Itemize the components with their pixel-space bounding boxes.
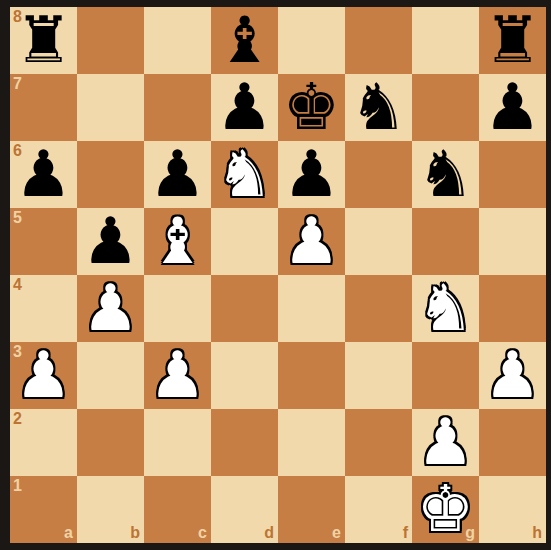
square-a3[interactable]: 3♟ xyxy=(10,342,77,409)
square-b1[interactable]: b xyxy=(77,476,144,543)
rank-label-1: 1 xyxy=(13,477,22,495)
black-pawn-piece[interactable]: ♟ xyxy=(484,74,541,141)
square-e8[interactable] xyxy=(278,7,345,74)
rank-label-8: 8 xyxy=(13,8,22,26)
white-pawn-piece[interactable]: ♟ xyxy=(149,342,206,409)
white-pawn-piece[interactable]: ♟ xyxy=(484,342,541,409)
file-label-c: c xyxy=(198,524,207,542)
black-knight-piece[interactable]: ♞ xyxy=(350,74,407,141)
square-f8[interactable] xyxy=(345,7,412,74)
square-f4[interactable] xyxy=(345,275,412,342)
square-b5[interactable]: ♟ xyxy=(77,208,144,275)
square-g1[interactable]: g♚ xyxy=(412,476,479,543)
file-label-a: a xyxy=(64,524,73,542)
square-c1[interactable]: c xyxy=(144,476,211,543)
square-f6[interactable] xyxy=(345,141,412,208)
square-f2[interactable] xyxy=(345,409,412,476)
white-bishop-piece[interactable]: ♝ xyxy=(149,208,206,275)
square-h7[interactable]: ♟ xyxy=(479,74,546,141)
rank-label-4: 4 xyxy=(13,276,22,294)
square-a7[interactable]: 7 xyxy=(10,74,77,141)
square-e7[interactable]: ♚ xyxy=(278,74,345,141)
square-g5[interactable] xyxy=(412,208,479,275)
square-h4[interactable] xyxy=(479,275,546,342)
black-pawn-piece[interactable]: ♟ xyxy=(15,141,72,208)
black-rook-piece[interactable]: ♜ xyxy=(15,7,72,74)
file-label-e: e xyxy=(332,524,341,542)
white-knight-piece[interactable]: ♞ xyxy=(216,141,273,208)
rank-label-7: 7 xyxy=(13,75,22,93)
file-label-b: b xyxy=(130,524,140,542)
square-e1[interactable]: e xyxy=(278,476,345,543)
square-g7[interactable] xyxy=(412,74,479,141)
square-h1[interactable]: h xyxy=(479,476,546,543)
square-b4[interactable]: ♟ xyxy=(77,275,144,342)
rank-label-2: 2 xyxy=(13,410,22,428)
square-c4[interactable] xyxy=(144,275,211,342)
square-h2[interactable] xyxy=(479,409,546,476)
square-d7[interactable]: ♟ xyxy=(211,74,278,141)
square-f1[interactable]: f xyxy=(345,476,412,543)
square-a4[interactable]: 4 xyxy=(10,275,77,342)
white-pawn-piece[interactable]: ♟ xyxy=(82,275,139,342)
file-label-f: f xyxy=(403,524,408,542)
black-knight-piece[interactable]: ♞ xyxy=(417,141,474,208)
square-c6[interactable]: ♟ xyxy=(144,141,211,208)
square-a6[interactable]: 6♟ xyxy=(10,141,77,208)
square-g6[interactable]: ♞ xyxy=(412,141,479,208)
square-a2[interactable]: 2 xyxy=(10,409,77,476)
square-f3[interactable] xyxy=(345,342,412,409)
black-pawn-piece[interactable]: ♟ xyxy=(283,141,340,208)
white-pawn-piece[interactable]: ♟ xyxy=(283,208,340,275)
square-a8[interactable]: 8♜ xyxy=(10,7,77,74)
white-pawn-piece[interactable]: ♟ xyxy=(15,342,72,409)
square-d3[interactable] xyxy=(211,342,278,409)
square-e3[interactable] xyxy=(278,342,345,409)
square-e2[interactable] xyxy=(278,409,345,476)
black-bishop-piece[interactable]: ♝ xyxy=(216,7,273,74)
file-label-d: d xyxy=(264,524,274,542)
square-g2[interactable]: ♟ xyxy=(412,409,479,476)
board-frame: 8♜♝♜7♟♚♞♟6♟♟♞♟♞5♟♝♟4♟♞3♟♟♟2♟1abcdefg♚h xyxy=(0,0,551,550)
black-king-piece[interactable]: ♚ xyxy=(283,74,340,141)
file-label-h: h xyxy=(532,524,542,542)
square-c2[interactable] xyxy=(144,409,211,476)
square-e5[interactable]: ♟ xyxy=(278,208,345,275)
square-h6[interactable] xyxy=(479,141,546,208)
square-b7[interactable] xyxy=(77,74,144,141)
square-f5[interactable] xyxy=(345,208,412,275)
white-pawn-piece[interactable]: ♟ xyxy=(417,409,474,476)
square-c3[interactable]: ♟ xyxy=(144,342,211,409)
square-c7[interactable] xyxy=(144,74,211,141)
black-rook-piece[interactable]: ♜ xyxy=(484,7,541,74)
chess-board: 8♜♝♜7♟♚♞♟6♟♟♞♟♞5♟♝♟4♟♞3♟♟♟2♟1abcdefg♚h xyxy=(10,7,546,543)
black-pawn-piece[interactable]: ♟ xyxy=(216,74,273,141)
square-h8[interactable]: ♜ xyxy=(479,7,546,74)
square-b2[interactable] xyxy=(77,409,144,476)
square-g4[interactable]: ♞ xyxy=(412,275,479,342)
square-e4[interactable] xyxy=(278,275,345,342)
square-e6[interactable]: ♟ xyxy=(278,141,345,208)
square-b8[interactable] xyxy=(77,7,144,74)
square-b6[interactable] xyxy=(77,141,144,208)
rank-label-6: 6 xyxy=(13,142,22,160)
square-c5[interactable]: ♝ xyxy=(144,208,211,275)
black-pawn-piece[interactable]: ♟ xyxy=(149,141,206,208)
square-h3[interactable]: ♟ xyxy=(479,342,546,409)
white-knight-piece[interactable]: ♞ xyxy=(417,275,474,342)
square-g8[interactable] xyxy=(412,7,479,74)
square-f7[interactable]: ♞ xyxy=(345,74,412,141)
square-a5[interactable]: 5 xyxy=(10,208,77,275)
square-h5[interactable] xyxy=(479,208,546,275)
square-d4[interactable] xyxy=(211,275,278,342)
square-c8[interactable] xyxy=(144,7,211,74)
file-label-g: g xyxy=(465,524,475,542)
rank-label-5: 5 xyxy=(13,209,22,227)
square-d1[interactable]: d xyxy=(211,476,278,543)
square-d5[interactable] xyxy=(211,208,278,275)
square-a1[interactable]: 1a xyxy=(10,476,77,543)
square-d6[interactable]: ♞ xyxy=(211,141,278,208)
square-d8[interactable]: ♝ xyxy=(211,7,278,74)
rank-label-3: 3 xyxy=(13,343,22,361)
square-d2[interactable] xyxy=(211,409,278,476)
square-b3[interactable] xyxy=(77,342,144,409)
square-g3[interactable] xyxy=(412,342,479,409)
black-pawn-piece[interactable]: ♟ xyxy=(82,208,139,275)
